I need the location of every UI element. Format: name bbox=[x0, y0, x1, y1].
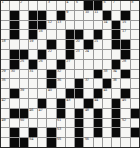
cell-r12c14[interactable] bbox=[131, 119, 139, 128]
black-cell-r1c11 bbox=[103, 11, 111, 20]
cell-r13c11[interactable] bbox=[103, 128, 111, 137]
black-cell-r12c12 bbox=[112, 119, 120, 128]
clue-number: 22 bbox=[48, 50, 52, 54]
cell-r1c5[interactable] bbox=[47, 11, 55, 20]
black-cell-r13c3 bbox=[29, 128, 37, 137]
cell-r9c14[interactable] bbox=[131, 89, 139, 98]
black-cell-r5c1 bbox=[10, 50, 18, 59]
cell-r12c5[interactable] bbox=[47, 119, 55, 128]
cell-r10c11[interactable] bbox=[103, 99, 111, 108]
cell-r1c9[interactable]: 10 bbox=[84, 11, 92, 20]
black-cell-r3c3 bbox=[29, 30, 37, 39]
cell-r4c0[interactable]: 18 bbox=[1, 40, 9, 49]
black-cell-r1c6 bbox=[57, 11, 65, 20]
black-cell-r4c13 bbox=[121, 40, 129, 49]
cell-r9c12[interactable] bbox=[112, 89, 120, 98]
cell-r10c13[interactable]: 45 bbox=[121, 99, 129, 108]
clue-number: 2 bbox=[20, 1, 22, 5]
cell-r5c14[interactable] bbox=[131, 50, 139, 59]
black-cell-r9c13 bbox=[121, 89, 129, 98]
cell-r2c11[interactable]: 14 bbox=[103, 21, 111, 30]
cell-r2c5[interactable]: 12 bbox=[47, 21, 55, 30]
black-cell-r2c3 bbox=[29, 21, 37, 30]
black-cell-r3c12 bbox=[112, 30, 120, 39]
clue-number: 19 bbox=[29, 40, 33, 44]
cell-r3c13[interactable]: 17 bbox=[121, 30, 129, 39]
cell-r8c3[interactable] bbox=[29, 79, 37, 88]
cell-r0c11[interactable]: 6 bbox=[103, 1, 111, 10]
black-cell-r11c6 bbox=[57, 109, 65, 118]
cell-r0c12[interactable]: 7 bbox=[112, 1, 120, 10]
black-cell-r1c4 bbox=[38, 11, 46, 20]
cell-r2c0[interactable] bbox=[1, 21, 9, 30]
clue-number: 36 bbox=[57, 79, 61, 83]
cell-r6c0[interactable] bbox=[1, 60, 9, 69]
black-cell-r3c7 bbox=[66, 30, 74, 39]
cell-r2c10[interactable] bbox=[94, 21, 102, 30]
black-cell-r8c5 bbox=[47, 79, 55, 88]
black-cell-r1c3 bbox=[29, 11, 37, 20]
cell-r7c7[interactable] bbox=[66, 70, 74, 79]
clue-number: 50 bbox=[20, 119, 24, 123]
cell-r14c4[interactable] bbox=[38, 138, 46, 147]
clue-number: 53 bbox=[57, 128, 61, 132]
cell-r4c2[interactable] bbox=[20, 40, 28, 49]
cell-r6c4[interactable]: 26 bbox=[38, 60, 46, 69]
cell-r10c7[interactable]: 43 bbox=[66, 99, 74, 108]
black-cell-r5c2 bbox=[20, 50, 28, 59]
cell-r5c6[interactable] bbox=[57, 50, 65, 59]
black-cell-r13c8 bbox=[75, 128, 83, 137]
cell-r0c1[interactable] bbox=[10, 1, 18, 10]
cell-r5c10[interactable] bbox=[94, 50, 102, 59]
cell-r12c3[interactable] bbox=[29, 119, 37, 128]
clue-number: 45 bbox=[122, 99, 126, 103]
clue-number: 56 bbox=[85, 138, 89, 142]
cell-r5c11[interactable] bbox=[103, 50, 111, 59]
cell-r1c14[interactable] bbox=[131, 11, 139, 20]
cell-r4c3[interactable]: 19 bbox=[29, 40, 37, 49]
cell-r13c2[interactable] bbox=[20, 128, 28, 137]
clue-number: 29 bbox=[2, 70, 6, 74]
cell-r6c2[interactable]: 25 bbox=[20, 60, 28, 69]
cell-r13c4[interactable] bbox=[38, 128, 46, 137]
black-cell-r11c12 bbox=[112, 109, 120, 118]
black-cell-r13c14 bbox=[131, 128, 139, 137]
cell-r3c6[interactable] bbox=[57, 30, 65, 39]
black-cell-r7c5 bbox=[47, 70, 55, 79]
black-cell-r12c10 bbox=[94, 119, 102, 128]
cell-r12c1[interactable] bbox=[10, 119, 18, 128]
clue-number: 18 bbox=[2, 40, 6, 44]
cell-r12c6[interactable]: 51 bbox=[57, 119, 65, 128]
cell-r7c14[interactable] bbox=[131, 70, 139, 79]
black-cell-r14c2 bbox=[20, 138, 28, 147]
cell-r7c1[interactable]: 30 bbox=[10, 70, 18, 79]
black-cell-r14c5 bbox=[47, 138, 55, 147]
cell-r8c9[interactable]: 37 bbox=[84, 79, 92, 88]
cell-r0c5[interactable]: 3 bbox=[47, 1, 55, 10]
cell-r10c8[interactable] bbox=[75, 99, 83, 108]
black-cell-r4c5 bbox=[47, 40, 55, 49]
clue-number: 16 bbox=[39, 30, 43, 34]
clue-number: 44 bbox=[94, 99, 98, 103]
black-cell-r11c8 bbox=[75, 109, 83, 118]
black-cell-r10c12 bbox=[112, 99, 120, 108]
cell-r1c10[interactable]: 11 bbox=[94, 11, 102, 20]
cell-r1c0[interactable] bbox=[1, 11, 9, 20]
cell-r3c2[interactable] bbox=[20, 30, 28, 39]
cell-r8c6[interactable]: 36 bbox=[57, 79, 65, 88]
cell-r10c10[interactable]: 44 bbox=[94, 99, 102, 108]
cell-r0c0[interactable]: 1 bbox=[1, 1, 9, 10]
cell-r11c4[interactable]: 47 bbox=[38, 109, 46, 118]
clue-number: 10 bbox=[85, 11, 89, 15]
cell-r14c10[interactable] bbox=[94, 138, 102, 147]
clue-number: 52 bbox=[122, 119, 126, 123]
black-cell-r10c4 bbox=[38, 99, 46, 108]
black-cell-r5c4 bbox=[38, 50, 46, 59]
cell-r8c7[interactable] bbox=[66, 79, 74, 88]
cell-r7c8[interactable] bbox=[75, 70, 83, 79]
black-cell-r10c9 bbox=[84, 99, 92, 108]
cell-r3c14[interactable] bbox=[131, 30, 139, 39]
clue-number: 5 bbox=[76, 1, 78, 5]
clue-number: 1 bbox=[2, 1, 4, 5]
clue-number: 38 bbox=[113, 79, 117, 83]
clue-number: 42 bbox=[2, 99, 6, 103]
cell-r2c2[interactable] bbox=[20, 21, 28, 30]
black-cell-r8c11 bbox=[103, 79, 111, 88]
black-cell-r13c1 bbox=[10, 128, 18, 137]
clue-number: 24 bbox=[85, 50, 89, 54]
cell-r9c4[interactable] bbox=[38, 89, 46, 98]
cell-r12c4[interactable] bbox=[38, 119, 46, 128]
cell-r6c5[interactable] bbox=[47, 60, 55, 69]
black-cell-r13c10 bbox=[94, 128, 102, 137]
cell-r7c6[interactable]: 32 bbox=[57, 70, 65, 79]
clue-number: 54 bbox=[29, 138, 33, 142]
cell-r10c2[interactable] bbox=[20, 99, 28, 108]
clue-number: 34 bbox=[113, 70, 117, 74]
cell-r10c3[interactable] bbox=[29, 99, 37, 108]
black-cell-r0c9 bbox=[84, 1, 92, 10]
cell-r9c9[interactable] bbox=[84, 89, 92, 98]
cell-r14c13[interactable] bbox=[121, 138, 129, 147]
cell-r5c3[interactable] bbox=[29, 50, 37, 59]
clue-number: 8 bbox=[131, 1, 133, 5]
cell-r6c11[interactable] bbox=[103, 60, 111, 69]
black-cell-r2c4 bbox=[38, 21, 46, 30]
cell-r13c7[interactable] bbox=[66, 128, 74, 137]
cell-r14c14[interactable] bbox=[131, 138, 139, 147]
cell-r9c6[interactable] bbox=[57, 89, 65, 98]
crossword-grid: 1234567891011121314151617181920212223242… bbox=[0, 0, 140, 148]
cell-r14c7[interactable] bbox=[66, 138, 74, 147]
cell-r7c2[interactable] bbox=[20, 70, 28, 79]
black-cell-r7c13 bbox=[121, 70, 129, 79]
clue-number: 4 bbox=[66, 1, 68, 5]
cell-r0c3[interactable] bbox=[29, 1, 37, 10]
cell-r7c12[interactable]: 34 bbox=[112, 70, 120, 79]
clue-number: 23 bbox=[76, 50, 80, 54]
cell-r3c0[interactable] bbox=[1, 30, 9, 39]
cell-r9c5[interactable]: 40 bbox=[47, 89, 55, 98]
cell-r0c13[interactable] bbox=[121, 1, 129, 10]
cell-r2c14[interactable] bbox=[131, 21, 139, 30]
cell-r4c11[interactable] bbox=[103, 40, 111, 49]
cell-r14c0[interactable] bbox=[1, 138, 9, 147]
cell-r6c8[interactable] bbox=[75, 60, 83, 69]
cell-r5c0[interactable] bbox=[1, 50, 9, 59]
cell-r7c4[interactable] bbox=[38, 70, 46, 79]
clue-number: 14 bbox=[103, 21, 107, 25]
clue-number: 12 bbox=[48, 21, 52, 25]
cell-r6c9[interactable] bbox=[84, 60, 92, 69]
cell-r6c7[interactable]: 27 bbox=[66, 60, 74, 69]
cell-r0c14[interactable]: 8 bbox=[131, 1, 139, 10]
cell-r12c9[interactable] bbox=[84, 119, 92, 128]
cell-r13c6[interactable]: 53 bbox=[57, 128, 65, 137]
cell-r1c7[interactable]: 9 bbox=[66, 11, 74, 20]
cell-r3c9[interactable] bbox=[84, 30, 92, 39]
black-cell-r13c12 bbox=[112, 128, 120, 137]
cell-r4c10[interactable]: 21 bbox=[94, 40, 102, 49]
cell-r8c13[interactable] bbox=[121, 79, 129, 88]
black-cell-r1c13 bbox=[121, 11, 129, 20]
clue-number: 9 bbox=[66, 11, 68, 15]
cell-r12c13[interactable]: 52 bbox=[121, 119, 129, 128]
clue-number: 33 bbox=[103, 70, 107, 74]
cell-r14c12[interactable] bbox=[112, 138, 120, 147]
cell-r4c14[interactable] bbox=[131, 40, 139, 49]
cell-r14c3[interactable]: 54 bbox=[29, 138, 37, 147]
cell-r11c13[interactable] bbox=[121, 109, 129, 118]
cell-r4c1[interactable] bbox=[10, 40, 18, 49]
black-cell-r9c1 bbox=[10, 89, 18, 98]
cell-r4c8[interactable]: 20 bbox=[75, 40, 83, 49]
black-cell-r9c7 bbox=[66, 89, 74, 98]
black-cell-r11c2 bbox=[20, 109, 28, 118]
clue-number: 41 bbox=[103, 89, 107, 93]
cell-r0c7[interactable]: 4 bbox=[66, 1, 74, 10]
cell-r8c1[interactable] bbox=[10, 79, 18, 88]
cell-r1c8[interactable] bbox=[75, 11, 83, 20]
cell-r11c9[interactable]: 48 bbox=[84, 109, 92, 118]
cell-r0c4[interactable] bbox=[38, 1, 46, 10]
cell-r3c5[interactable] bbox=[47, 30, 55, 39]
cell-r9c0[interactable] bbox=[1, 89, 9, 98]
black-cell-r11c10 bbox=[94, 109, 102, 118]
clue-number: 40 bbox=[48, 89, 52, 93]
black-cell-r6c3 bbox=[29, 60, 37, 69]
cell-r9c2[interactable]: 39 bbox=[20, 89, 28, 98]
cell-r10c14[interactable] bbox=[131, 99, 139, 108]
black-cell-r5c13 bbox=[121, 50, 129, 59]
black-cell-r3c10 bbox=[94, 30, 102, 39]
black-cell-r11c14 bbox=[131, 109, 139, 118]
clue-number: 20 bbox=[76, 40, 80, 44]
cell-r5c8[interactable]: 23 bbox=[75, 50, 83, 59]
cell-r13c0[interactable] bbox=[1, 128, 9, 137]
clue-number: 26 bbox=[39, 60, 43, 64]
black-cell-r2c1 bbox=[10, 21, 18, 30]
black-cell-r11c1 bbox=[10, 109, 18, 118]
black-cell-r3c1 bbox=[10, 30, 18, 39]
cell-r12c2[interactable]: 50 bbox=[20, 119, 28, 128]
clue-number: 21 bbox=[94, 40, 98, 44]
crossword-puzzle: 1234567891011121314151617181920212223242… bbox=[0, 0, 140, 148]
clue-number: 47 bbox=[39, 109, 43, 113]
black-cell-r4c12 bbox=[112, 40, 120, 49]
clue-number: 32 bbox=[57, 70, 61, 74]
clue-number: 28 bbox=[122, 60, 126, 64]
cell-r11c3[interactable]: 46 bbox=[29, 109, 37, 118]
cell-r8c14[interactable] bbox=[131, 79, 139, 88]
black-cell-r6c1 bbox=[10, 60, 18, 69]
clue-number: 37 bbox=[85, 79, 89, 83]
black-cell-r3c8 bbox=[75, 30, 83, 39]
cell-r8c10[interactable] bbox=[94, 79, 102, 88]
clue-number: 15 bbox=[122, 21, 126, 25]
black-cell-r8c8 bbox=[75, 79, 83, 88]
cell-r7c11[interactable]: 33 bbox=[103, 70, 111, 79]
cell-r3c4[interactable]: 16 bbox=[38, 30, 46, 39]
black-cell-r14c1 bbox=[10, 138, 18, 147]
black-cell-r0c10 bbox=[94, 1, 102, 10]
cell-r1c12[interactable] bbox=[112, 11, 120, 20]
clue-number: 17 bbox=[122, 30, 126, 34]
cell-r13c9[interactable] bbox=[84, 128, 92, 137]
black-cell-r10c6 bbox=[57, 99, 65, 108]
clue-number: 3 bbox=[48, 1, 50, 5]
clue-number: 31 bbox=[29, 70, 33, 74]
black-cell-r14c8 bbox=[75, 138, 83, 147]
clue-number: 39 bbox=[20, 89, 24, 93]
clue-number: 6 bbox=[103, 1, 105, 5]
cell-r0c8[interactable]: 5 bbox=[75, 1, 83, 10]
cell-r4c4[interactable] bbox=[38, 40, 46, 49]
clue-number: 49 bbox=[2, 119, 6, 123]
cell-r9c3[interactable] bbox=[29, 89, 37, 98]
cell-r11c11[interactable] bbox=[103, 109, 111, 118]
cell-r1c2[interactable] bbox=[20, 11, 28, 20]
cell-r11c5[interactable] bbox=[47, 109, 55, 118]
clue-number: 25 bbox=[20, 60, 24, 64]
cell-r13c13[interactable] bbox=[121, 128, 129, 137]
cell-r12c11[interactable] bbox=[103, 119, 111, 128]
cell-r0c2[interactable]: 2 bbox=[20, 1, 28, 10]
cell-r12c7[interactable] bbox=[66, 119, 74, 128]
black-cell-r9c10 bbox=[94, 89, 102, 98]
cell-r2c13[interactable]: 15 bbox=[121, 21, 129, 30]
cell-r0c6[interactable] bbox=[57, 1, 65, 10]
clue-number: 48 bbox=[85, 109, 89, 113]
black-cell-r9c8 bbox=[75, 89, 83, 98]
cell-r11c7[interactable] bbox=[66, 109, 74, 118]
clue-number: 35 bbox=[2, 79, 6, 83]
cell-r7c0[interactable]: 29 bbox=[1, 70, 9, 79]
black-cell-r4c7 bbox=[66, 40, 74, 49]
clue-number: 7 bbox=[113, 1, 115, 5]
cell-r7c3[interactable]: 31 bbox=[29, 70, 37, 79]
cell-r2c8[interactable] bbox=[75, 21, 83, 30]
cell-r8c12[interactable]: 38 bbox=[112, 79, 120, 88]
cell-r14c9[interactable]: 56 bbox=[84, 138, 92, 147]
cell-r12c0[interactable]: 49 bbox=[1, 119, 9, 128]
clue-number: 11 bbox=[94, 11, 98, 15]
cell-r6c10[interactable] bbox=[94, 60, 102, 69]
clue-number: 43 bbox=[66, 99, 70, 103]
clue-number: 46 bbox=[29, 109, 33, 113]
black-cell-r7c10 bbox=[94, 70, 102, 79]
cell-r14c6[interactable]: 55 bbox=[57, 138, 65, 147]
cell-r6c14[interactable] bbox=[131, 60, 139, 69]
cell-r8c4[interactable] bbox=[38, 79, 46, 88]
cell-r8c0[interactable]: 35 bbox=[1, 79, 9, 88]
cell-r3c11[interactable] bbox=[103, 30, 111, 39]
clue-number: 55 bbox=[57, 138, 61, 142]
clue-number: 30 bbox=[11, 70, 15, 74]
black-cell-r1c1 bbox=[10, 11, 18, 20]
clue-number: 13 bbox=[57, 21, 61, 25]
cell-r5c12[interactable] bbox=[112, 50, 120, 59]
black-cell-r6c12 bbox=[112, 60, 120, 69]
cell-r2c6[interactable]: 13 bbox=[57, 21, 65, 30]
black-cell-r6c6 bbox=[57, 60, 65, 69]
cell-r4c6[interactable] bbox=[57, 40, 65, 49]
black-cell-r12c8 bbox=[75, 119, 83, 128]
cell-r7c9[interactable] bbox=[84, 70, 92, 79]
black-cell-r13c5 bbox=[47, 128, 55, 137]
cell-r6c13[interactable]: 28 bbox=[121, 60, 129, 69]
black-cell-r5c7 bbox=[66, 50, 74, 59]
cell-r14c11[interactable] bbox=[103, 138, 111, 147]
cell-r10c0[interactable]: 42 bbox=[1, 99, 9, 108]
black-cell-r2c12 bbox=[112, 21, 120, 30]
cell-r2c9[interactable] bbox=[84, 21, 92, 30]
cell-r10c1[interactable] bbox=[10, 99, 18, 108]
cell-r5c9[interactable]: 24 bbox=[84, 50, 92, 59]
cell-r8c2[interactable] bbox=[20, 79, 28, 88]
cell-r10c5[interactable] bbox=[47, 99, 55, 108]
cell-r2c7[interactable] bbox=[66, 21, 74, 30]
cell-r11c0[interactable] bbox=[1, 109, 9, 118]
black-cell-r4c9 bbox=[84, 40, 92, 49]
cell-r5c5[interactable]: 22 bbox=[47, 50, 55, 59]
clue-number: 27 bbox=[66, 60, 70, 64]
cell-r9c11[interactable]: 41 bbox=[103, 89, 111, 98]
clue-number: 51 bbox=[57, 119, 61, 123]
